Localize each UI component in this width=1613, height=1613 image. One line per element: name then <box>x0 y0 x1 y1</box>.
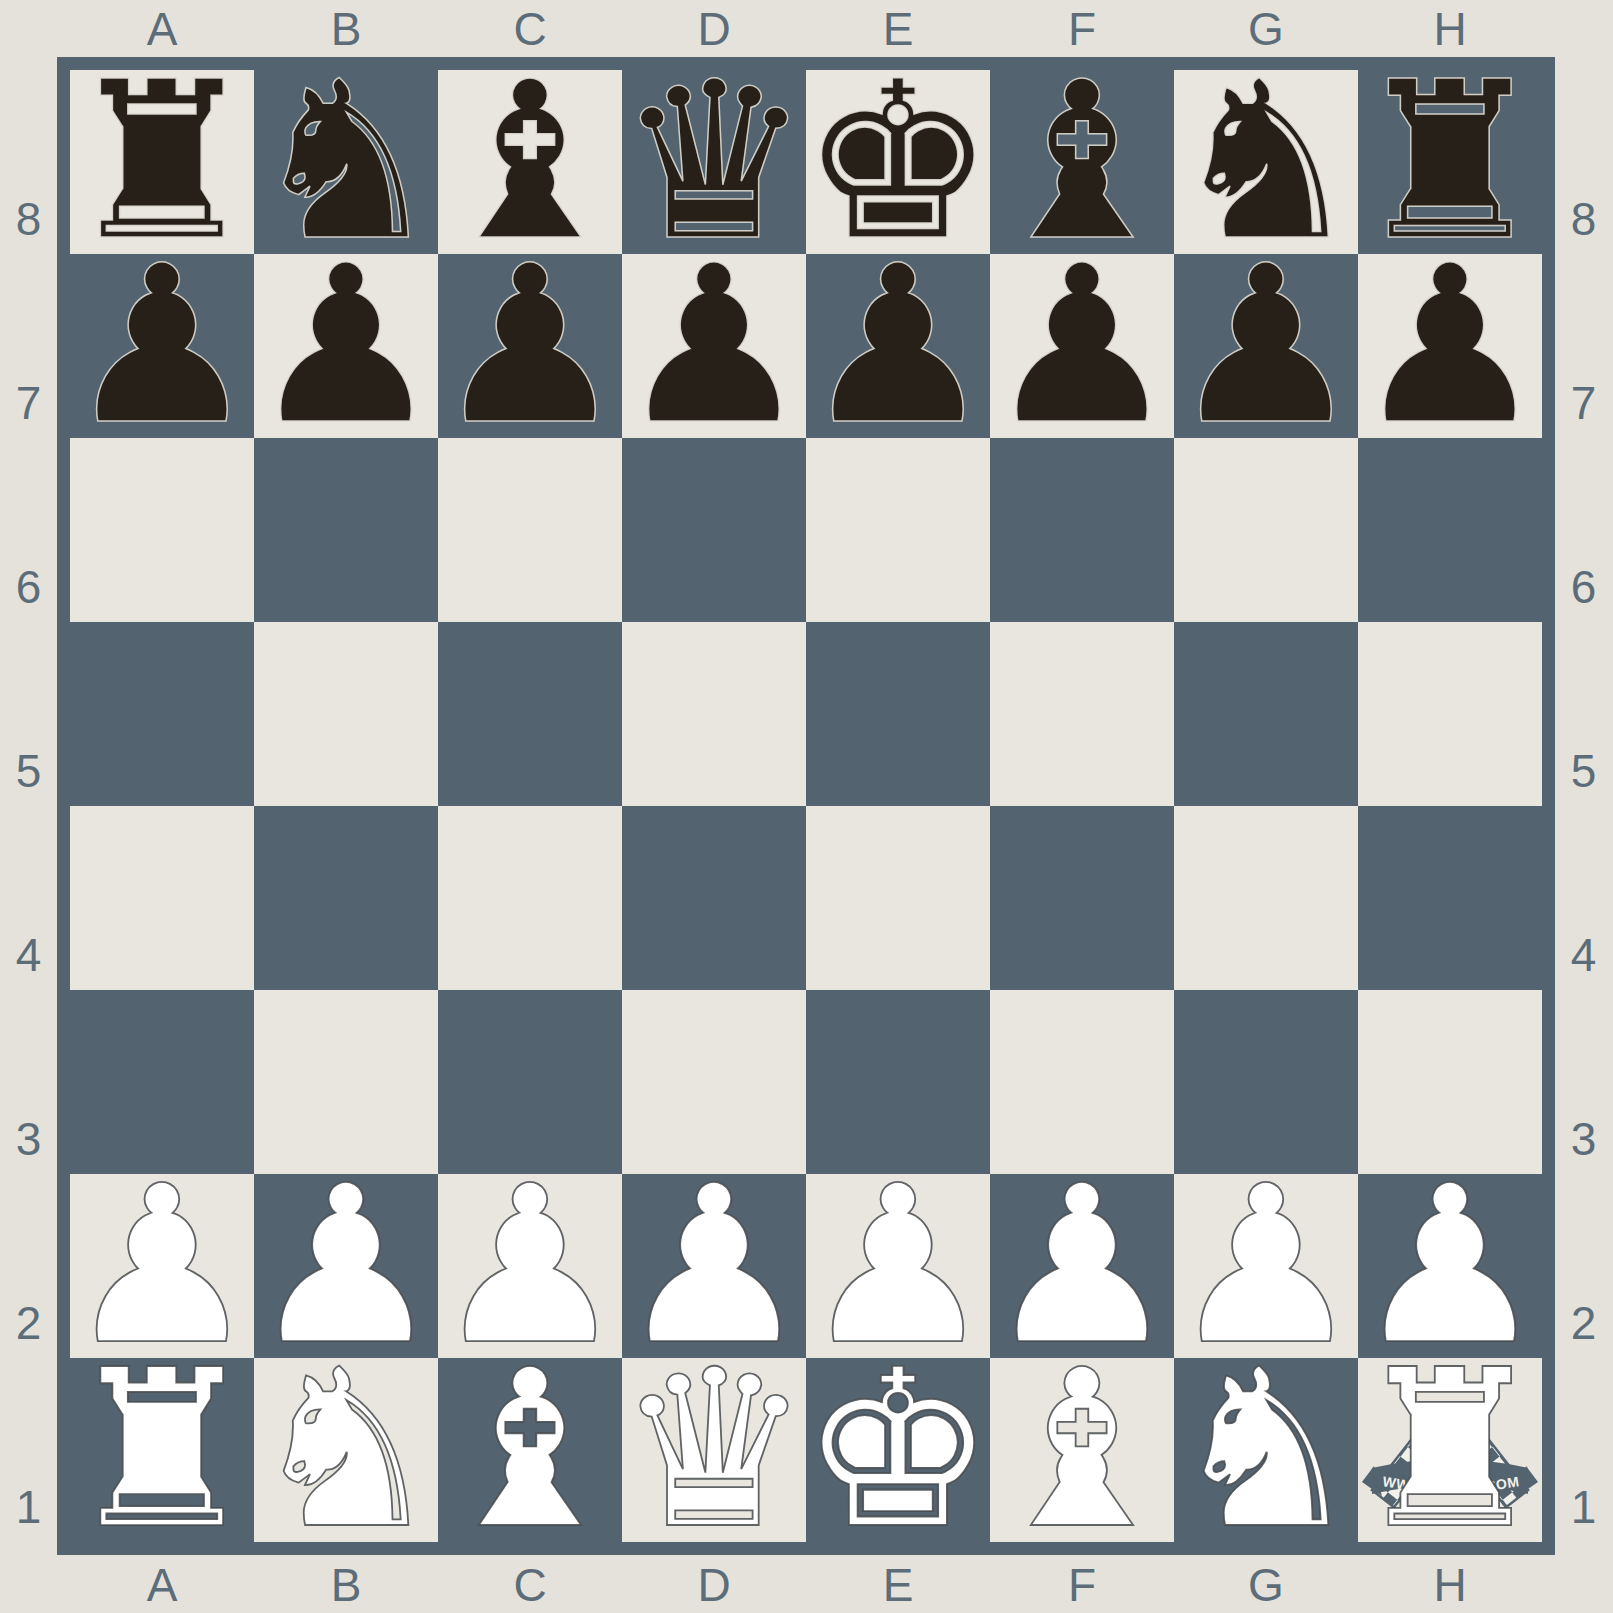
square-b5[interactable] <box>254 622 438 806</box>
ribbon-banner: WWW .COM <box>1362 1459 1538 1496</box>
square-b8[interactable]: ♞ <box>254 70 438 254</box>
white-king: ♚ <box>806 1358 990 1542</box>
black-pawn: ♟ <box>806 254 990 438</box>
square-h7[interactable]: ♟ <box>1358 254 1542 438</box>
white-knight: ♞ <box>254 1358 438 1542</box>
square-g4[interactable] <box>1174 806 1358 990</box>
black-pawn: ♟ <box>70 254 254 438</box>
square-d3[interactable] <box>622 990 806 1174</box>
square-c2[interactable]: ♟ <box>438 1174 622 1358</box>
white-bishop: ♝ <box>990 1358 1174 1542</box>
white-pawn: ♟ <box>990 1174 1174 1358</box>
file-label-bottom-d: D <box>622 1556 806 1613</box>
square-a3[interactable] <box>70 990 254 1174</box>
rank-labels-right: 87654321 <box>1555 57 1612 1556</box>
square-h4[interactable] <box>1358 806 1542 990</box>
square-e2[interactable]: ♟ <box>806 1174 990 1358</box>
square-c3[interactable] <box>438 990 622 1174</box>
rank-label-right-3: 3 <box>1555 1047 1612 1231</box>
square-g5[interactable] <box>1174 622 1358 806</box>
rank-labels-left: 87654321 <box>0 57 57 1556</box>
brand-watermark: WWW .COM <box>1358 1358 1542 1542</box>
black-bishop: ♝ <box>438 70 622 254</box>
file-label-bottom-e: E <box>806 1556 990 1613</box>
white-pawn: ♟ <box>254 1174 438 1358</box>
square-f6[interactable] <box>990 438 1174 622</box>
file-label-bottom-a: A <box>70 1556 254 1613</box>
file-label-bottom-c: C <box>438 1556 622 1613</box>
file-label-top-f: F <box>990 0 1174 57</box>
file-label-bottom-b: B <box>254 1556 438 1613</box>
square-a4[interactable] <box>70 806 254 990</box>
white-pawn: ♟ <box>1358 1174 1542 1358</box>
square-b1[interactable]: ♞ <box>254 1358 438 1542</box>
square-h2[interactable]: ♟ <box>1358 1174 1542 1358</box>
black-rook: ♜ <box>70 70 254 254</box>
square-h5[interactable] <box>1358 622 1542 806</box>
square-d5[interactable] <box>622 622 806 806</box>
rank-label-right-8: 8 <box>1555 127 1612 311</box>
square-h8[interactable]: ♜ <box>1358 70 1542 254</box>
file-label-top-e: E <box>806 0 990 57</box>
rank-label-left-2: 2 <box>0 1231 57 1415</box>
file-labels-top: ABCDEFGH <box>0 0 1613 57</box>
rank-label-left-3: 3 <box>0 1047 57 1231</box>
square-e5[interactable] <box>806 622 990 806</box>
black-queen: ♛ <box>622 70 806 254</box>
white-pawn: ♟ <box>438 1174 622 1358</box>
file-labels-bottom: ABCDEFGH <box>0 1556 1613 1613</box>
square-f2[interactable]: ♟ <box>990 1174 1174 1358</box>
square-b6[interactable] <box>254 438 438 622</box>
black-pawn: ♟ <box>1174 254 1358 438</box>
square-e7[interactable]: ♟ <box>806 254 990 438</box>
square-d4[interactable] <box>622 806 806 990</box>
square-g6[interactable] <box>1174 438 1358 622</box>
rank-label-left-5: 5 <box>0 679 57 863</box>
square-h6[interactable] <box>1358 438 1542 622</box>
square-e3[interactable] <box>806 990 990 1174</box>
square-f5[interactable] <box>990 622 1174 806</box>
square-a1[interactable]: ♜ <box>70 1358 254 1542</box>
square-b4[interactable] <box>254 806 438 990</box>
chess-board: ♜♞♝♛♚♝♞♜♟♟♟♟♟♟♟♟♟♟♟♟♟♟♟♟♜♞♝♛♚♝♞ WWW .CO <box>57 57 1555 1555</box>
square-d2[interactable]: ♟ <box>622 1174 806 1358</box>
black-pawn: ♟ <box>1358 254 1542 438</box>
black-king: ♚ <box>806 70 990 254</box>
square-a5[interactable] <box>70 622 254 806</box>
square-c7[interactable]: ♟ <box>438 254 622 438</box>
white-bishop: ♝ <box>438 1358 622 1542</box>
square-g3[interactable] <box>1174 990 1358 1174</box>
square-d6[interactable] <box>622 438 806 622</box>
black-knight: ♞ <box>1174 70 1358 254</box>
square-f8[interactable]: ♝ <box>990 70 1174 254</box>
rank-label-left-6: 6 <box>0 495 57 679</box>
rank-label-right-5: 5 <box>1555 679 1612 863</box>
square-a8[interactable]: ♜ <box>70 70 254 254</box>
white-pawn: ♟ <box>70 1174 254 1358</box>
black-pawn: ♟ <box>622 254 806 438</box>
white-queen: ♛ <box>622 1358 806 1542</box>
file-label-top-d: D <box>622 0 806 57</box>
square-g7[interactable]: ♟ <box>1174 254 1358 438</box>
square-e1[interactable]: ♚ <box>806 1358 990 1542</box>
white-pawn: ♟ <box>806 1174 990 1358</box>
rank-label-right-1: 1 <box>1555 1415 1612 1599</box>
black-bishop: ♝ <box>990 70 1174 254</box>
square-a6[interactable] <box>70 438 254 622</box>
black-rook: ♜ <box>1358 70 1542 254</box>
square-b2[interactable]: ♟ <box>254 1174 438 1358</box>
rank-label-right-4: 4 <box>1555 863 1612 1047</box>
square-a7[interactable]: ♟ <box>70 254 254 438</box>
square-b7[interactable]: ♟ <box>254 254 438 438</box>
square-d1[interactable]: ♛ <box>622 1358 806 1542</box>
square-b3[interactable] <box>254 990 438 1174</box>
square-c8[interactable]: ♝ <box>438 70 622 254</box>
rank-label-left-4: 4 <box>0 863 57 1047</box>
square-a2[interactable]: ♟ <box>70 1174 254 1358</box>
white-pawn: ♟ <box>1174 1174 1358 1358</box>
black-pawn: ♟ <box>254 254 438 438</box>
square-d8[interactable]: ♛ <box>622 70 806 254</box>
rank-label-left-1: 1 <box>0 1415 57 1599</box>
square-d7[interactable]: ♟ <box>622 254 806 438</box>
file-label-bottom-g: G <box>1174 1556 1358 1613</box>
square-g2[interactable]: ♟ <box>1174 1174 1358 1358</box>
file-label-top-a: A <box>70 0 254 57</box>
file-label-bottom-h: H <box>1358 1556 1542 1613</box>
square-f1[interactable]: ♝ <box>990 1358 1174 1542</box>
file-label-bottom-f: F <box>990 1556 1174 1613</box>
white-pawn: ♟ <box>622 1174 806 1358</box>
file-label-top-h: H <box>1358 0 1542 57</box>
rank-label-left-8: 8 <box>0 127 57 311</box>
chessboard-diagram: ABCDEFGH 87654321 ♜♞♝♛♚♝♞♜♟♟♟♟♟♟♟♟♟♟♟♟♟♟… <box>0 0 1613 1613</box>
square-e6[interactable] <box>806 438 990 622</box>
square-c4[interactable] <box>438 806 622 990</box>
black-pawn: ♟ <box>990 254 1174 438</box>
square-e4[interactable] <box>806 806 990 990</box>
square-c1[interactable]: ♝ <box>438 1358 622 1542</box>
square-c6[interactable] <box>438 438 622 622</box>
white-knight: ♞ <box>1174 1358 1358 1542</box>
square-f3[interactable] <box>990 990 1174 1174</box>
file-label-top-b: B <box>254 0 438 57</box>
black-knight: ♞ <box>254 70 438 254</box>
square-h1[interactable]: WWW .COM ♜ <box>1358 1358 1542 1542</box>
square-e8[interactable]: ♚ <box>806 70 990 254</box>
file-label-top-c: C <box>438 0 622 57</box>
rank-label-left-7: 7 <box>0 311 57 495</box>
square-g1[interactable]: ♞ <box>1174 1358 1358 1542</box>
file-label-top-g: G <box>1174 0 1358 57</box>
rank-label-right-6: 6 <box>1555 495 1612 679</box>
square-f4[interactable] <box>990 806 1174 990</box>
black-pawn: ♟ <box>438 254 622 438</box>
square-g8[interactable]: ♞ <box>1174 70 1358 254</box>
rank-label-right-2: 2 <box>1555 1231 1612 1415</box>
square-h3[interactable] <box>1358 990 1542 1174</box>
square-c5[interactable] <box>438 622 622 806</box>
white-rook: ♜ <box>70 1358 254 1542</box>
square-f7[interactable]: ♟ <box>990 254 1174 438</box>
rank-label-right-7: 7 <box>1555 311 1612 495</box>
